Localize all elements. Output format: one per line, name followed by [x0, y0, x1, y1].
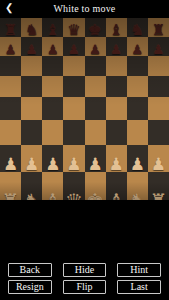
- piece-black-knight[interactable]: ♞: [25, 24, 38, 38]
- piece-black-pawn[interactable]: ♟: [110, 44, 122, 56]
- square-e5[interactable]: [85, 76, 106, 97]
- square-b2[interactable]: ♟: [21, 145, 42, 172]
- square-d7[interactable]: ♟: [63, 37, 84, 56]
- square-d3[interactable]: [63, 120, 84, 145]
- square-g7[interactable]: ♟: [127, 37, 148, 56]
- square-g6[interactable]: [127, 56, 148, 76]
- piece-white-pawn[interactable]: ♟: [66, 157, 81, 172]
- piece-black-pawn[interactable]: ♟: [131, 44, 143, 56]
- chessboard-container: ♜♞♝♛♚♝♞♜♟♟♟♟♟♟♟♟♟♟♟♟♟♟♟♟♜♞♝♛♚♝♞♜: [0, 18, 169, 200]
- square-a8[interactable]: ♜: [0, 18, 21, 37]
- piece-white-rook[interactable]: ♜: [149, 192, 167, 200]
- square-d4[interactable]: [63, 97, 84, 120]
- square-d5[interactable]: [63, 76, 84, 97]
- piece-black-rook[interactable]: ♜: [4, 24, 17, 38]
- square-b4[interactable]: [21, 97, 42, 120]
- square-e7[interactable]: ♟: [85, 37, 106, 56]
- square-d6[interactable]: [63, 56, 84, 76]
- status-title: White to move: [53, 0, 115, 18]
- piece-white-pawn[interactable]: ♟: [45, 157, 60, 172]
- square-c2[interactable]: ♟: [42, 145, 63, 172]
- square-c3[interactable]: [42, 120, 63, 145]
- piece-white-rook[interactable]: ♜: [2, 192, 20, 200]
- square-c7[interactable]: ♟: [42, 37, 63, 56]
- piece-black-rook[interactable]: ♜: [152, 24, 165, 38]
- square-a7[interactable]: ♟: [0, 37, 21, 56]
- piece-white-pawn[interactable]: ♟: [87, 157, 102, 172]
- hint-button[interactable]: Hint: [117, 263, 161, 277]
- chess-app-screen: ❮ White to move ♜♞♝♛♚♝♞♜♟♟♟♟♟♟♟♟♟♟♟♟♟♟♟♟…: [0, 0, 169, 300]
- square-h2[interactable]: ♟: [148, 145, 169, 172]
- piece-black-pawn[interactable]: ♟: [26, 44, 38, 56]
- square-h8[interactable]: ♜: [148, 18, 169, 37]
- square-a4[interactable]: [0, 97, 21, 120]
- piece-black-pawn[interactable]: ♟: [68, 44, 80, 56]
- last-button[interactable]: Last: [117, 280, 161, 294]
- square-g8[interactable]: ♞: [127, 18, 148, 37]
- square-b7[interactable]: ♟: [21, 37, 42, 56]
- button-bar: Back Hide Hint Resign Flip Last: [0, 263, 169, 297]
- square-a6[interactable]: [0, 56, 21, 76]
- piece-black-bishop[interactable]: ♝: [109, 24, 122, 38]
- square-g2[interactable]: ♟: [127, 145, 148, 172]
- piece-white-queen[interactable]: ♛: [65, 192, 83, 200]
- piece-white-pawn[interactable]: ♟: [130, 157, 145, 172]
- square-h6[interactable]: [148, 56, 169, 76]
- piece-white-bishop[interactable]: ♝: [44, 192, 62, 200]
- back-button[interactable]: Back: [8, 263, 52, 277]
- square-c4[interactable]: [42, 97, 63, 120]
- square-h5[interactable]: [148, 76, 169, 97]
- back-chevron-icon[interactable]: ❮: [5, 2, 13, 14]
- square-e2[interactable]: ♟: [85, 145, 106, 172]
- square-e1[interactable]: ♚: [85, 172, 106, 200]
- piece-white-king[interactable]: ♚: [86, 192, 104, 200]
- piece-white-pawn[interactable]: ♟: [24, 157, 39, 172]
- piece-white-pawn[interactable]: ♟: [151, 157, 166, 172]
- piece-black-queen[interactable]: ♛: [67, 24, 80, 38]
- square-h3[interactable]: [148, 120, 169, 145]
- piece-black-pawn[interactable]: ♟: [89, 44, 101, 56]
- square-a3[interactable]: [0, 120, 21, 145]
- square-g5[interactable]: [127, 76, 148, 97]
- piece-black-knight[interactable]: ♞: [131, 24, 144, 38]
- piece-black-pawn[interactable]: ♟: [153, 44, 165, 56]
- square-g1[interactable]: ♞: [127, 172, 148, 200]
- square-a1[interactable]: ♜: [0, 172, 21, 200]
- square-g4[interactable]: [127, 97, 148, 120]
- square-h7[interactable]: ♟: [148, 37, 169, 56]
- square-c5[interactable]: [42, 76, 63, 97]
- square-a2[interactable]: ♟: [0, 145, 21, 172]
- square-b1[interactable]: ♞: [21, 172, 42, 200]
- square-b6[interactable]: [21, 56, 42, 76]
- square-d2[interactable]: ♟: [63, 145, 84, 172]
- piece-black-bishop[interactable]: ♝: [46, 24, 59, 38]
- square-c1[interactable]: ♝: [42, 172, 63, 200]
- square-h4[interactable]: [148, 97, 169, 120]
- header-bar: ❮ White to move: [0, 0, 169, 18]
- square-e8[interactable]: ♚: [85, 18, 106, 37]
- resign-button[interactable]: Resign: [8, 280, 52, 294]
- piece-white-knight[interactable]: ♞: [128, 192, 146, 200]
- flip-button[interactable]: Flip: [63, 280, 107, 294]
- piece-white-pawn[interactable]: ♟: [109, 157, 124, 172]
- hide-button[interactable]: Hide: [63, 263, 107, 277]
- square-f2[interactable]: ♟: [106, 145, 127, 172]
- square-f7[interactable]: ♟: [106, 37, 127, 56]
- square-b3[interactable]: [21, 120, 42, 145]
- square-d1[interactable]: ♛: [63, 172, 84, 200]
- piece-white-bishop[interactable]: ♝: [107, 192, 125, 200]
- square-h1[interactable]: ♜: [148, 172, 169, 200]
- piece-white-pawn[interactable]: ♟: [3, 157, 18, 172]
- square-g3[interactable]: [127, 120, 148, 145]
- square-b8[interactable]: ♞: [21, 18, 42, 37]
- square-f8[interactable]: ♝: [106, 18, 127, 37]
- square-f4[interactable]: [106, 97, 127, 120]
- square-f1[interactable]: ♝: [106, 172, 127, 200]
- square-b5[interactable]: [21, 76, 42, 97]
- square-c8[interactable]: ♝: [42, 18, 63, 37]
- square-c6[interactable]: [42, 56, 63, 76]
- square-e3[interactable]: [85, 120, 106, 145]
- square-d8[interactable]: ♛: [63, 18, 84, 37]
- square-e4[interactable]: [85, 97, 106, 120]
- square-f6[interactable]: [106, 56, 127, 76]
- piece-black-king[interactable]: ♚: [88, 24, 101, 38]
- square-f5[interactable]: [106, 76, 127, 97]
- piece-white-knight[interactable]: ♞: [23, 192, 41, 200]
- square-f3[interactable]: [106, 120, 127, 145]
- square-e6[interactable]: [85, 56, 106, 76]
- piece-black-pawn[interactable]: ♟: [5, 44, 17, 56]
- square-a5[interactable]: [0, 76, 21, 97]
- piece-black-pawn[interactable]: ♟: [47, 44, 59, 56]
- chessboard[interactable]: ♜♞♝♛♚♝♞♜♟♟♟♟♟♟♟♟♟♟♟♟♟♟♟♟♜♞♝♛♚♝♞♜: [0, 18, 169, 200]
